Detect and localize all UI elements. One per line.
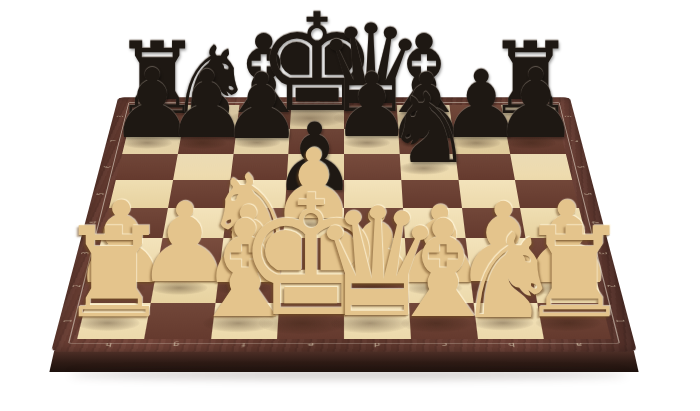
piece-white-rook-h1[interactable]: ♜ <box>58 211 170 336</box>
coordinate-label-6: 6 <box>575 165 583 167</box>
coordinate-label-g: g <box>173 341 180 347</box>
piece-white-rook-a1[interactable]: ♜ <box>518 211 630 336</box>
coordinate-label-6: 6 <box>104 165 112 167</box>
board-floor-shadow <box>70 370 626 379</box>
board-scene: hgfedcbahgfedcba1234567812345678 ♜♞♝♚♛♝♜… <box>0 0 700 411</box>
piece-black-knight-c6[interactable]: ♞ <box>385 81 472 178</box>
board-front-edge <box>47 351 641 372</box>
piece-black-pawn-a7[interactable]: ♟ <box>493 56 579 152</box>
chessboard-photo-stage: hgfedcbahgfedcba1234567812345678 ♜♞♝♚♛♝♜… <box>0 0 700 411</box>
